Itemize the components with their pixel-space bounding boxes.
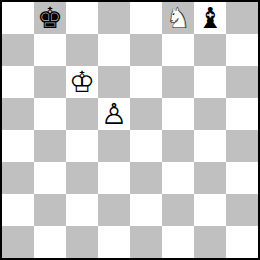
square-a3[interactable]: [2, 162, 34, 194]
square-h8[interactable]: [226, 2, 258, 34]
white-pawn-glyph: ♙: [98, 98, 130, 130]
square-c1[interactable]: [66, 226, 98, 258]
square-e7[interactable]: [130, 34, 162, 66]
square-a7[interactable]: [2, 34, 34, 66]
square-d1[interactable]: [98, 226, 130, 258]
piece-black-bishop[interactable]: ♝: [194, 2, 226, 34]
piece-white-king[interactable]: ♚♔: [66, 66, 98, 98]
square-h4[interactable]: [226, 130, 258, 162]
square-a6[interactable]: [2, 66, 34, 98]
square-h1[interactable]: [226, 226, 258, 258]
square-b3[interactable]: [34, 162, 66, 194]
square-d7[interactable]: [98, 34, 130, 66]
square-b8[interactable]: ♚: [34, 2, 66, 34]
square-e6[interactable]: [130, 66, 162, 98]
square-h3[interactable]: [226, 162, 258, 194]
square-e5[interactable]: [130, 98, 162, 130]
square-d8[interactable]: [98, 2, 130, 34]
square-d6[interactable]: [98, 66, 130, 98]
square-g6[interactable]: [194, 66, 226, 98]
square-f2[interactable]: [162, 194, 194, 226]
square-c8[interactable]: [66, 2, 98, 34]
square-c6[interactable]: ♚♔: [66, 66, 98, 98]
square-b1[interactable]: [34, 226, 66, 258]
square-e1[interactable]: [130, 226, 162, 258]
square-b6[interactable]: [34, 66, 66, 98]
piece-white-knight[interactable]: ♞♘: [162, 2, 194, 34]
square-a4[interactable]: [2, 130, 34, 162]
square-c5[interactable]: [66, 98, 98, 130]
square-h6[interactable]: [226, 66, 258, 98]
square-a8[interactable]: [2, 2, 34, 34]
square-g8[interactable]: ♝: [194, 2, 226, 34]
white-king-glyph: ♔: [66, 66, 98, 98]
square-b5[interactable]: [34, 98, 66, 130]
square-e8[interactable]: [130, 2, 162, 34]
square-f7[interactable]: [162, 34, 194, 66]
black-bishop-glyph: ♝: [194, 2, 226, 34]
square-e2[interactable]: [130, 194, 162, 226]
square-c2[interactable]: [66, 194, 98, 226]
square-a1[interactable]: [2, 226, 34, 258]
square-b2[interactable]: [34, 194, 66, 226]
square-h7[interactable]: [226, 34, 258, 66]
square-c4[interactable]: [66, 130, 98, 162]
chess-board: ♚♞♘♝♚♔♟♙: [0, 0, 260, 260]
square-h5[interactable]: [226, 98, 258, 130]
square-h2[interactable]: [226, 194, 258, 226]
square-g1[interactable]: [194, 226, 226, 258]
square-e4[interactable]: [130, 130, 162, 162]
piece-white-pawn[interactable]: ♟♙: [98, 98, 130, 130]
square-g7[interactable]: [194, 34, 226, 66]
square-g3[interactable]: [194, 162, 226, 194]
square-e3[interactable]: [130, 162, 162, 194]
square-d4[interactable]: [98, 130, 130, 162]
square-f4[interactable]: [162, 130, 194, 162]
square-a2[interactable]: [2, 194, 34, 226]
square-g2[interactable]: [194, 194, 226, 226]
square-g4[interactable]: [194, 130, 226, 162]
square-f8[interactable]: ♞♘: [162, 2, 194, 34]
black-king-glyph: ♚: [34, 2, 66, 34]
square-b7[interactable]: [34, 34, 66, 66]
square-d3[interactable]: [98, 162, 130, 194]
square-f5[interactable]: [162, 98, 194, 130]
square-f6[interactable]: [162, 66, 194, 98]
square-a5[interactable]: [2, 98, 34, 130]
square-c3[interactable]: [66, 162, 98, 194]
square-d5[interactable]: ♟♙: [98, 98, 130, 130]
square-f3[interactable]: [162, 162, 194, 194]
square-b4[interactable]: [34, 130, 66, 162]
square-g5[interactable]: [194, 98, 226, 130]
white-knight-glyph: ♘: [162, 2, 194, 34]
square-f1[interactable]: [162, 226, 194, 258]
square-c7[interactable]: [66, 34, 98, 66]
piece-black-king[interactable]: ♚: [34, 2, 66, 34]
square-d2[interactable]: [98, 194, 130, 226]
